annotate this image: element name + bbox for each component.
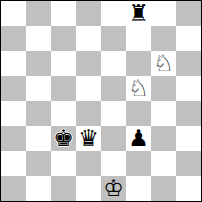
chess-board: ♜♘♘♚♛♟♔: [0, 0, 202, 202]
square-c7[interactable]: [51, 26, 76, 51]
square-d7[interactable]: [76, 26, 101, 51]
square-e3[interactable]: [101, 126, 126, 151]
square-g3[interactable]: [151, 126, 176, 151]
square-f8[interactable]: ♜: [126, 1, 151, 26]
square-f1[interactable]: [126, 176, 151, 201]
square-d5[interactable]: [76, 76, 101, 101]
square-b4[interactable]: [26, 101, 51, 126]
square-f3[interactable]: ♟: [126, 126, 151, 151]
square-d8[interactable]: [76, 1, 101, 26]
square-g7[interactable]: [151, 26, 176, 51]
square-d2[interactable]: [76, 151, 101, 176]
square-c6[interactable]: [51, 51, 76, 76]
square-g1[interactable]: [151, 176, 176, 201]
square-h1[interactable]: [176, 176, 201, 201]
square-c3[interactable]: ♚: [51, 126, 76, 151]
square-d6[interactable]: [76, 51, 101, 76]
square-f7[interactable]: [126, 26, 151, 51]
square-g2[interactable]: [151, 151, 176, 176]
square-a4[interactable]: [1, 101, 26, 126]
square-g6[interactable]: ♘: [151, 51, 176, 76]
square-h7[interactable]: [176, 26, 201, 51]
square-a1[interactable]: [1, 176, 26, 201]
square-a2[interactable]: [1, 151, 26, 176]
square-d4[interactable]: [76, 101, 101, 126]
square-e1[interactable]: ♔: [101, 176, 126, 201]
square-a3[interactable]: [1, 126, 26, 151]
square-c5[interactable]: [51, 76, 76, 101]
square-h2[interactable]: [176, 151, 201, 176]
piece-black-rook-f8[interactable]: ♜: [128, 1, 149, 26]
square-e7[interactable]: [101, 26, 126, 51]
square-g4[interactable]: [151, 101, 176, 126]
square-g8[interactable]: [151, 1, 176, 26]
square-f4[interactable]: [126, 101, 151, 126]
square-b5[interactable]: [26, 76, 51, 101]
square-b6[interactable]: [26, 51, 51, 76]
square-b1[interactable]: [26, 176, 51, 201]
square-c8[interactable]: [51, 1, 76, 26]
square-h6[interactable]: [176, 51, 201, 76]
square-e6[interactable]: [101, 51, 126, 76]
square-b3[interactable]: [26, 126, 51, 151]
square-h5[interactable]: [176, 76, 201, 101]
square-e5[interactable]: [101, 76, 126, 101]
piece-black-pawn-f3[interactable]: ♟: [128, 126, 149, 151]
square-d1[interactable]: [76, 176, 101, 201]
square-c1[interactable]: [51, 176, 76, 201]
square-a6[interactable]: [1, 51, 26, 76]
square-h3[interactable]: [176, 126, 201, 151]
square-f6[interactable]: [126, 51, 151, 76]
square-f5[interactable]: ♘: [126, 76, 151, 101]
square-b2[interactable]: [26, 151, 51, 176]
square-f2[interactable]: [126, 151, 151, 176]
square-h8[interactable]: [176, 1, 201, 26]
square-c4[interactable]: [51, 101, 76, 126]
piece-black-king-c3[interactable]: ♚: [53, 126, 74, 151]
square-a5[interactable]: [1, 76, 26, 101]
piece-white-knight-f5[interactable]: ♘: [128, 76, 149, 101]
piece-white-king-e1[interactable]: ♔: [103, 176, 124, 201]
square-a7[interactable]: [1, 26, 26, 51]
square-h4[interactable]: [176, 101, 201, 126]
square-e2[interactable]: [101, 151, 126, 176]
square-b7[interactable]: [26, 26, 51, 51]
square-b8[interactable]: [26, 1, 51, 26]
square-e4[interactable]: [101, 101, 126, 126]
square-e8[interactable]: [101, 1, 126, 26]
square-a8[interactable]: [1, 1, 26, 26]
square-g5[interactable]: [151, 76, 176, 101]
square-c2[interactable]: [51, 151, 76, 176]
square-d3[interactable]: ♛: [76, 126, 101, 151]
piece-white-knight-g6[interactable]: ♘: [153, 51, 174, 76]
piece-black-queen-d3[interactable]: ♛: [78, 126, 99, 151]
